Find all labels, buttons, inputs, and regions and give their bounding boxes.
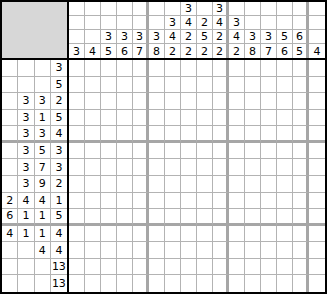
- grid-cell[interactable]: [69, 226, 85, 243]
- grid-cell[interactable]: [181, 60, 197, 77]
- col-clue-cell: 3: [69, 44, 85, 58]
- grid-cell[interactable]: [309, 193, 325, 210]
- grid-cell[interactable]: [309, 110, 325, 127]
- grid-cell[interactable]: [213, 193, 229, 210]
- grid-cell[interactable]: [277, 159, 293, 176]
- grid-cell[interactable]: [309, 143, 325, 160]
- grid-cell[interactable]: [229, 275, 245, 292]
- grid-cell[interactable]: [293, 226, 309, 243]
- grid-cell[interactable]: [245, 193, 261, 210]
- grid-cell[interactable]: [133, 126, 149, 143]
- grid-cell[interactable]: [261, 242, 277, 259]
- grid-cell[interactable]: [197, 193, 213, 210]
- grid-cell[interactable]: [229, 193, 245, 210]
- grid-cell[interactable]: [101, 93, 117, 110]
- row-clue-cell: 4: [35, 242, 51, 259]
- grid-cell[interactable]: [117, 126, 133, 143]
- grid-cell[interactable]: [309, 259, 325, 276]
- row-clue-cell: [35, 77, 51, 94]
- grid-cell[interactable]: [149, 226, 165, 243]
- grid-cell[interactable]: [197, 110, 213, 127]
- grid-cell[interactable]: [101, 275, 117, 292]
- grid-cell[interactable]: [117, 93, 133, 110]
- grid-cell[interactable]: [165, 259, 181, 276]
- grid-cell[interactable]: [181, 159, 197, 176]
- grid-cell[interactable]: [133, 176, 149, 193]
- grid-cell[interactable]: [69, 126, 85, 143]
- grid-cell[interactable]: [261, 126, 277, 143]
- grid-cell[interactable]: [229, 242, 245, 259]
- grid-cell[interactable]: [117, 242, 133, 259]
- col-clue-cell: [245, 16, 261, 30]
- col-clue-cell: 5: [197, 30, 213, 44]
- row-clue-cell: 4: [35, 193, 51, 210]
- row-clue-cell: 6: [2, 209, 18, 226]
- grid-cell[interactable]: [293, 259, 309, 276]
- grid-cell[interactable]: [149, 259, 165, 276]
- grid-cell[interactable]: [293, 143, 309, 160]
- grid-cell[interactable]: [101, 77, 117, 94]
- row-clue-cell: 3: [18, 159, 34, 176]
- col-clue-cell: [277, 16, 293, 30]
- grid-cell[interactable]: [85, 110, 101, 127]
- col-clue-cell: [309, 16, 325, 30]
- grid-cell[interactable]: [213, 126, 229, 143]
- grid-cell[interactable]: [245, 209, 261, 226]
- grid-cell[interactable]: [277, 143, 293, 160]
- grid-cell[interactable]: [245, 143, 261, 160]
- grid-cell[interactable]: [261, 93, 277, 110]
- grid-cell[interactable]: [277, 93, 293, 110]
- grid-cell[interactable]: [309, 93, 325, 110]
- grid-cell[interactable]: [277, 226, 293, 243]
- grid-cell[interactable]: [133, 143, 149, 160]
- col-clue-cell: [197, 2, 213, 16]
- grid-cell[interactable]: [69, 77, 85, 94]
- row-clue-cell: [2, 176, 18, 193]
- row-clue-cell: [2, 126, 18, 143]
- grid-cell[interactable]: [213, 159, 229, 176]
- grid-cell[interactable]: [117, 226, 133, 243]
- column-clues-area: 333424333334252433563456782222287654: [69, 2, 325, 58]
- grid-cell[interactable]: [85, 193, 101, 210]
- row-clue-cell: [35, 275, 51, 292]
- col-clue-cell: 2: [197, 16, 213, 30]
- grid-cell[interactable]: [149, 193, 165, 210]
- grid-cell[interactable]: [133, 242, 149, 259]
- row-clue-cell: [2, 159, 18, 176]
- grid-cell[interactable]: [213, 93, 229, 110]
- grid-cell[interactable]: [229, 259, 245, 276]
- grid-cell[interactable]: [181, 275, 197, 292]
- grid-cell[interactable]: [229, 126, 245, 143]
- grid-cell[interactable]: [309, 242, 325, 259]
- grid-cell[interactable]: [213, 259, 229, 276]
- grid-cell[interactable]: [309, 77, 325, 94]
- row-clue-cell: 7: [35, 159, 51, 176]
- grid-cell[interactable]: [69, 275, 85, 292]
- grid-cell[interactable]: [165, 77, 181, 94]
- grid-cell[interactable]: [229, 176, 245, 193]
- row-clue-cell: [18, 60, 34, 77]
- grid-cell[interactable]: [197, 209, 213, 226]
- grid-cell[interactable]: [149, 93, 165, 110]
- grid-cell[interactable]: [229, 93, 245, 110]
- grid-cell[interactable]: [101, 226, 117, 243]
- grid-cell[interactable]: [277, 259, 293, 276]
- col-clue-cell: 8: [149, 44, 165, 58]
- row-clue-cell: [18, 242, 34, 259]
- row-clue-cell: [2, 259, 18, 276]
- col-clue-cell: 4: [181, 16, 197, 30]
- grid-cell[interactable]: [277, 110, 293, 127]
- grid-cell[interactable]: [181, 209, 197, 226]
- grid-cell[interactable]: [117, 176, 133, 193]
- grid-cell[interactable]: [245, 110, 261, 127]
- grid-cell[interactable]: [277, 77, 293, 94]
- grid-cell[interactable]: [85, 275, 101, 292]
- row-clue-cell: 5: [51, 209, 67, 226]
- grid-cell[interactable]: [181, 193, 197, 210]
- grid-cell[interactable]: [101, 60, 117, 77]
- row-clue-cell: 2: [51, 176, 67, 193]
- col-clue-cell: 2: [181, 30, 197, 44]
- col-clue-cell: 3: [117, 30, 133, 44]
- grid-cell[interactable]: [165, 193, 181, 210]
- grid-cell[interactable]: [197, 242, 213, 259]
- grid-cell[interactable]: [165, 226, 181, 243]
- grid-cell[interactable]: [245, 77, 261, 94]
- grid-cell[interactable]: [261, 60, 277, 77]
- row-clue-cell: 3: [18, 110, 34, 127]
- col-clue-cell: 3: [133, 30, 149, 44]
- col-clue-cell: [277, 2, 293, 16]
- grid-cell[interactable]: [197, 226, 213, 243]
- grid-cell[interactable]: [293, 242, 309, 259]
- row-clue-cell: 3: [18, 143, 34, 160]
- grid-cell[interactable]: [293, 110, 309, 127]
- grid-cell[interactable]: [69, 176, 85, 193]
- row-clue-cell: 4: [2, 226, 18, 243]
- grid-cell[interactable]: [149, 143, 165, 160]
- col-clue-cell: [101, 2, 117, 16]
- row-clue-cell: [2, 143, 18, 160]
- grid-cell[interactable]: [245, 93, 261, 110]
- grid-cell[interactable]: [261, 176, 277, 193]
- grid-cell[interactable]: [133, 259, 149, 276]
- grid-cell[interactable]: [277, 176, 293, 193]
- grid-cell[interactable]: [117, 60, 133, 77]
- grid-cell[interactable]: [213, 77, 229, 94]
- grid-cell[interactable]: [309, 275, 325, 292]
- grid-cell[interactable]: [69, 143, 85, 160]
- grid-cell[interactable]: [197, 176, 213, 193]
- grid-cell[interactable]: [181, 126, 197, 143]
- grid-cell[interactable]: [133, 77, 149, 94]
- grid-cell[interactable]: [69, 93, 85, 110]
- row-clue-cell: 9: [35, 176, 51, 193]
- col-clue-cell: [133, 16, 149, 30]
- row-clue-cell: [18, 77, 34, 94]
- grid-cell[interactable]: [181, 143, 197, 160]
- grid-cell[interactable]: [101, 126, 117, 143]
- grid-cell[interactable]: [277, 193, 293, 210]
- grid-cell[interactable]: [69, 159, 85, 176]
- grid-cell[interactable]: [165, 159, 181, 176]
- col-clue-cell: 6: [293, 30, 309, 44]
- grid-cell[interactable]: [229, 143, 245, 160]
- grid-cell[interactable]: [149, 176, 165, 193]
- col-clue-cell: [229, 2, 245, 16]
- grid-cell[interactable]: [309, 126, 325, 143]
- grid-cell[interactable]: [85, 259, 101, 276]
- grid-cell[interactable]: [213, 176, 229, 193]
- row-clue-cell: 13: [51, 275, 67, 292]
- grid-cell[interactable]: [213, 209, 229, 226]
- grid-cell[interactable]: [165, 143, 181, 160]
- grid-cell[interactable]: [85, 143, 101, 160]
- grid-cell[interactable]: [181, 110, 197, 127]
- grid-cell[interactable]: [149, 77, 165, 94]
- grid-cell[interactable]: [181, 259, 197, 276]
- grid-cell[interactable]: [197, 77, 213, 94]
- grid-cell[interactable]: [149, 60, 165, 77]
- grid-cell[interactable]: [117, 209, 133, 226]
- grid-cell[interactable]: [309, 176, 325, 193]
- grid-cell[interactable]: [261, 143, 277, 160]
- col-clue-cell: 3: [149, 30, 165, 44]
- grid-cell[interactable]: [85, 176, 101, 193]
- grid-cell[interactable]: [69, 60, 85, 77]
- grid-cell[interactable]: [69, 242, 85, 259]
- grid-cell[interactable]: [245, 176, 261, 193]
- grid-cell[interactable]: [165, 110, 181, 127]
- col-clue-cell: [309, 30, 325, 44]
- col-clue-cell: [149, 16, 165, 30]
- row-clues-area: 35332315334353373392244161154114441313: [2, 60, 67, 292]
- grid-cell[interactable]: [133, 159, 149, 176]
- row-clue-cell: 5: [51, 77, 67, 94]
- grid-cell[interactable]: [245, 275, 261, 292]
- grid-cell[interactable]: [181, 176, 197, 193]
- grid-cell[interactable]: [69, 193, 85, 210]
- grid-cell[interactable]: [293, 275, 309, 292]
- grid-cell[interactable]: [277, 242, 293, 259]
- col-clue-cell: 5: [101, 44, 117, 58]
- grid-cell[interactable]: [165, 176, 181, 193]
- grid-cell[interactable]: [181, 77, 197, 94]
- grid-cell[interactable]: [117, 143, 133, 160]
- grid-cell[interactable]: [229, 60, 245, 77]
- grid-cell[interactable]: [85, 77, 101, 94]
- grid-cell[interactable]: [293, 93, 309, 110]
- grid-cell[interactable]: [133, 110, 149, 127]
- grid-cell[interactable]: [101, 159, 117, 176]
- grid-cell[interactable]: [245, 159, 261, 176]
- grid-cell[interactable]: [229, 159, 245, 176]
- grid-cell[interactable]: [69, 209, 85, 226]
- grid-cell[interactable]: [149, 126, 165, 143]
- grid-cell[interactable]: [229, 110, 245, 127]
- grid-cell[interactable]: [293, 159, 309, 176]
- col-clue-cell: 4: [85, 44, 101, 58]
- grid-cell[interactable]: [293, 126, 309, 143]
- col-clue-cell: 2: [181, 44, 197, 58]
- grid-cell[interactable]: [165, 275, 181, 292]
- grid-cell[interactable]: [133, 60, 149, 77]
- col-clue-cell: 3: [245, 30, 261, 44]
- grid-cell[interactable]: [197, 143, 213, 160]
- row-clue-cell: 1: [35, 226, 51, 243]
- grid-cell[interactable]: [261, 226, 277, 243]
- grid-cell[interactable]: [293, 209, 309, 226]
- grid-cell[interactable]: [277, 126, 293, 143]
- puzzle-grid: [69, 60, 325, 292]
- grid-cell[interactable]: [293, 77, 309, 94]
- col-clue-cell: [85, 30, 101, 44]
- grid-cell[interactable]: [69, 259, 85, 276]
- grid-cell[interactable]: [117, 159, 133, 176]
- grid-cell[interactable]: [133, 93, 149, 110]
- grid-cell[interactable]: [181, 226, 197, 243]
- grid-cell[interactable]: [261, 159, 277, 176]
- grid-cell[interactable]: [85, 126, 101, 143]
- row-clue-cell: 3: [18, 176, 34, 193]
- grid-cell[interactable]: [261, 209, 277, 226]
- grid-cell[interactable]: [309, 226, 325, 243]
- col-clue-cell: 3: [261, 30, 277, 44]
- grid-cell[interactable]: [101, 176, 117, 193]
- grid-cell[interactable]: [277, 275, 293, 292]
- grid-cell[interactable]: [149, 242, 165, 259]
- grid-cell[interactable]: [245, 60, 261, 77]
- row-clue-cell: [18, 259, 34, 276]
- grid-cell[interactable]: [245, 126, 261, 143]
- col-clue-cell: [309, 2, 325, 16]
- grid-cell[interactable]: [309, 159, 325, 176]
- grid-cell[interactable]: [309, 60, 325, 77]
- grid-cell[interactable]: [101, 143, 117, 160]
- grid-cell[interactable]: [149, 159, 165, 176]
- grid-cell[interactable]: [165, 60, 181, 77]
- grid-cell[interactable]: [229, 209, 245, 226]
- grid-cell[interactable]: [261, 193, 277, 210]
- grid-cell[interactable]: [197, 60, 213, 77]
- grid-cell[interactable]: [85, 226, 101, 243]
- grid-cell[interactable]: [85, 60, 101, 77]
- grid-cell[interactable]: [277, 209, 293, 226]
- row-clue-cell: 5: [51, 110, 67, 127]
- grid-cell[interactable]: [181, 242, 197, 259]
- col-clue-cell: [165, 2, 181, 16]
- col-clue-cell: 6: [117, 44, 133, 58]
- col-clue-cell: 8: [245, 44, 261, 58]
- grid-cell[interactable]: [213, 242, 229, 259]
- grid-cell[interactable]: [149, 275, 165, 292]
- grid-cell[interactable]: [117, 193, 133, 210]
- grid-cell[interactable]: [245, 259, 261, 276]
- grid-cell[interactable]: [197, 259, 213, 276]
- grid-cell[interactable]: [277, 60, 293, 77]
- grid-cell[interactable]: [133, 275, 149, 292]
- grid-cell[interactable]: [229, 226, 245, 243]
- row-clue-cell: 1: [18, 226, 34, 243]
- grid-cell[interactable]: [85, 159, 101, 176]
- grid-cell[interactable]: [101, 193, 117, 210]
- col-clue-cell: 7: [133, 44, 149, 58]
- row-clue-cell: [2, 110, 18, 127]
- col-clue-cell: [117, 16, 133, 30]
- grid-cell[interactable]: [293, 60, 309, 77]
- grid-cell[interactable]: [85, 93, 101, 110]
- row-clue-cell: 3: [18, 93, 34, 110]
- grid-cell[interactable]: [165, 209, 181, 226]
- grid-cell[interactable]: [213, 143, 229, 160]
- grid-cell[interactable]: [117, 110, 133, 127]
- grid-cell[interactable]: [197, 275, 213, 292]
- grid-cell[interactable]: [133, 193, 149, 210]
- grid-cell[interactable]: [213, 60, 229, 77]
- row-clue-cell: 4: [51, 226, 67, 243]
- grid-cell[interactable]: [213, 110, 229, 127]
- grid-cell[interactable]: [69, 110, 85, 127]
- grid-cell[interactable]: [85, 209, 101, 226]
- grid-cell[interactable]: [245, 226, 261, 243]
- grid-cell[interactable]: [261, 110, 277, 127]
- grid-cell[interactable]: [117, 77, 133, 94]
- grid-cell[interactable]: [149, 110, 165, 127]
- corner-box: [2, 2, 67, 58]
- grid-cell[interactable]: [85, 242, 101, 259]
- row-clue-cell: [2, 60, 18, 77]
- row-clue-cell: 1: [18, 209, 34, 226]
- grid-cell[interactable]: [261, 275, 277, 292]
- grid-cell[interactable]: [293, 176, 309, 193]
- col-clue-cell: 6: [277, 44, 293, 58]
- grid-cell[interactable]: [101, 110, 117, 127]
- grid-cell[interactable]: [117, 259, 133, 276]
- grid-cell[interactable]: [213, 275, 229, 292]
- row-clue-cell: 3: [35, 126, 51, 143]
- row-clue-cell: 2: [51, 93, 67, 110]
- grid-cell[interactable]: [309, 209, 325, 226]
- col-clue-cell: 3: [101, 30, 117, 44]
- grid-cell[interactable]: [261, 77, 277, 94]
- grid-cell[interactable]: [101, 259, 117, 276]
- grid-cell[interactable]: [101, 209, 117, 226]
- row-clue-cell: 1: [51, 193, 67, 210]
- grid-cell[interactable]: [213, 226, 229, 243]
- col-clue-cell: 3: [229, 16, 245, 30]
- grid-cell[interactable]: [245, 242, 261, 259]
- grid-cell[interactable]: [133, 226, 149, 243]
- grid-cell[interactable]: [181, 93, 197, 110]
- grid-cell[interactable]: [197, 93, 213, 110]
- row-clue-cell: [2, 93, 18, 110]
- grid-cell[interactable]: [101, 242, 117, 259]
- grid-cell[interactable]: [165, 126, 181, 143]
- grid-cell[interactable]: [149, 209, 165, 226]
- grid-cell[interactable]: [261, 259, 277, 276]
- grid-cell[interactable]: [229, 77, 245, 94]
- grid-cell[interactable]: [293, 193, 309, 210]
- grid-cell[interactable]: [197, 159, 213, 176]
- grid-cell[interactable]: [117, 275, 133, 292]
- grid-cell[interactable]: [133, 209, 149, 226]
- grid-cell[interactable]: [165, 93, 181, 110]
- grid-cell[interactable]: [165, 242, 181, 259]
- grid-cell[interactable]: [197, 126, 213, 143]
